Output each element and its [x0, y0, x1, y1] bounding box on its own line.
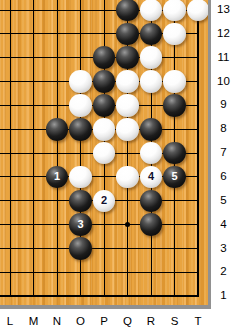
stone-white-S10[interactable] [163, 70, 186, 93]
grid-line-row-4 [0, 224, 199, 225]
stone-black-O3[interactable] [69, 237, 92, 260]
move-number-label: 4 [148, 171, 154, 182]
row-label-9: 9 [211, 98, 236, 110]
stone-white-O9[interactable] [69, 94, 92, 117]
move-number-label: 2 [101, 195, 107, 206]
go-diagram-page: 14523 13121110987654321 LMNOPQRST [0, 0, 236, 332]
stone-black-N6-move-1[interactable]: 1 [46, 166, 69, 189]
grid-line-row-3 [0, 248, 199, 249]
move-number-label: 1 [54, 171, 60, 182]
star-point-Q4 [125, 222, 130, 227]
stone-black-N8[interactable] [46, 118, 69, 141]
col-label-P: P [94, 311, 114, 331]
stone-white-Q8[interactable] [116, 118, 139, 141]
col-label-M: M [24, 311, 44, 331]
stone-white-P8[interactable] [93, 118, 116, 141]
stone-black-S7[interactable] [163, 142, 186, 165]
row-label-6: 6 [211, 170, 236, 182]
col-label-O: O [71, 311, 91, 331]
row-label-11: 11 [211, 51, 236, 63]
stone-black-P11[interactable] [93, 46, 116, 69]
row-label-3: 3 [211, 242, 236, 254]
stone-white-S12[interactable] [163, 23, 186, 46]
move-number-label: 3 [77, 219, 83, 230]
stone-black-R5[interactable] [140, 190, 163, 213]
stone-white-P7[interactable] [93, 142, 116, 165]
stone-black-P10[interactable] [93, 70, 116, 93]
row-label-4: 4 [211, 218, 236, 230]
stone-black-R12[interactable] [140, 23, 163, 46]
grid-line-col-N [57, 0, 58, 297]
stone-black-R4[interactable] [140, 213, 163, 236]
col-label-Q: Q [118, 311, 138, 331]
row-label-7: 7 [211, 146, 236, 158]
stone-black-O4-move-3[interactable]: 3 [69, 213, 92, 236]
row-label-1: 1 [211, 289, 236, 301]
row-label-2: 2 [211, 265, 236, 277]
stone-black-O8[interactable] [69, 118, 92, 141]
col-label-L: L [0, 311, 20, 331]
stone-white-T13[interactable] [187, 0, 208, 21]
stone-white-O6[interactable] [69, 166, 92, 189]
row-label-8: 8 [211, 122, 236, 134]
stone-white-Q9[interactable] [116, 94, 139, 117]
stone-black-Q12[interactable] [116, 23, 139, 46]
stone-white-Q10[interactable] [116, 70, 139, 93]
col-label-T: T [188, 311, 208, 331]
stone-white-R13[interactable] [140, 0, 163, 21]
grid-line-row-2 [0, 272, 199, 273]
stone-black-R8[interactable] [140, 118, 163, 141]
stone-black-O5[interactable] [69, 190, 92, 213]
grid-line-col-M [33, 0, 34, 297]
stone-white-P5-move-2[interactable]: 2 [93, 190, 116, 213]
row-label-13: 13 [211, 3, 236, 15]
go-board[interactable]: 14523 [0, 0, 208, 305]
row-label-12: 12 [211, 27, 236, 39]
col-label-S: S [165, 311, 185, 331]
board-frame-bottom [0, 305, 211, 309]
stone-black-Q11[interactable] [116, 46, 139, 69]
row-label-5: 5 [211, 194, 236, 206]
stone-white-R10[interactable] [140, 70, 163, 93]
grid-line-col-L [10, 0, 11, 297]
stone-black-S6-move-5[interactable]: 5 [163, 166, 186, 189]
stone-black-P9[interactable] [93, 94, 116, 117]
stone-black-Q13[interactable] [116, 0, 139, 21]
move-number-label: 5 [171, 171, 177, 182]
col-label-N: N [47, 311, 67, 331]
grid-line-col-T [197, 0, 199, 297]
stone-white-S13[interactable] [163, 0, 186, 21]
row-label-10: 10 [211, 75, 236, 87]
stone-white-Q6[interactable] [116, 166, 139, 189]
stone-white-R6-move-4[interactable]: 4 [140, 166, 163, 189]
stone-white-R7[interactable] [140, 142, 163, 165]
stone-white-R11[interactable] [140, 46, 163, 69]
stone-black-S9[interactable] [163, 94, 186, 117]
grid-line-row-1 [0, 295, 199, 297]
stone-white-O10[interactable] [69, 70, 92, 93]
col-label-R: R [141, 311, 161, 331]
